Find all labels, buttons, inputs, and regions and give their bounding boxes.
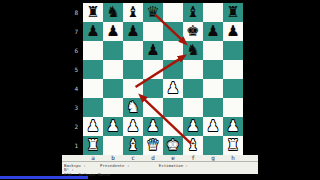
chess-board[interactable]: ♜♞♝♛♝♜♟♟♟♚♟♟♟♞♟♞♟♟♟♟♟♟♟♜♝♛♚♝♜ bbox=[83, 3, 243, 155]
piece-black-king: ♚ bbox=[186, 22, 199, 41]
square-b8[interactable]: ♞ bbox=[103, 3, 123, 22]
square-h3[interactable] bbox=[223, 98, 243, 117]
piece-black-pawn: ♟ bbox=[226, 22, 239, 41]
square-h2[interactable]: ♟ bbox=[223, 117, 243, 136]
piece-white-king: ♚ bbox=[166, 136, 179, 155]
square-h8[interactable]: ♜ bbox=[223, 3, 243, 22]
square-e2[interactable] bbox=[163, 117, 183, 136]
square-d3[interactable] bbox=[143, 98, 163, 117]
piece-black-pawn: ♟ bbox=[146, 41, 159, 60]
square-c3[interactable]: ♞ bbox=[123, 98, 143, 117]
piece-white-rook: ♜ bbox=[86, 136, 99, 155]
piece-white-pawn: ♟ bbox=[166, 79, 179, 98]
square-a3[interactable] bbox=[83, 98, 103, 117]
piece-black-pawn: ♟ bbox=[86, 22, 99, 41]
square-f7[interactable]: ♚ bbox=[183, 22, 203, 41]
piece-black-rook: ♜ bbox=[226, 3, 239, 22]
piece-white-rook: ♜ bbox=[226, 136, 239, 155]
status-text: Backspc : Précédente : Estimation : N° :… bbox=[64, 163, 258, 177]
square-d8[interactable]: ♛ bbox=[143, 3, 163, 22]
rank-label-8: 8 bbox=[68, 3, 81, 22]
piece-black-knight: ♞ bbox=[106, 3, 119, 22]
square-d2[interactable]: ♟ bbox=[143, 117, 163, 136]
square-b4[interactable] bbox=[103, 79, 123, 98]
status-precedente: Précédente : bbox=[100, 163, 129, 168]
piece-white-bishop: ♝ bbox=[126, 136, 139, 155]
rank-label-4: 4 bbox=[68, 79, 81, 98]
piece-black-pawn: ♟ bbox=[206, 22, 219, 41]
rank-label-3: 3 bbox=[68, 98, 81, 117]
square-a2[interactable]: ♟ bbox=[83, 117, 103, 136]
piece-white-pawn: ♟ bbox=[126, 117, 139, 136]
piece-black-pawn: ♟ bbox=[106, 22, 119, 41]
square-g6[interactable] bbox=[203, 41, 223, 60]
square-f1[interactable]: ♝ bbox=[183, 136, 203, 155]
square-h5[interactable] bbox=[223, 60, 243, 79]
rank-label-2: 2 bbox=[68, 117, 81, 136]
rank-label-7: 7 bbox=[68, 22, 81, 41]
piece-white-pawn: ♟ bbox=[146, 117, 159, 136]
square-e1[interactable]: ♚ bbox=[163, 136, 183, 155]
square-d6[interactable]: ♟ bbox=[143, 41, 163, 60]
square-d7[interactable] bbox=[143, 22, 163, 41]
square-f5[interactable] bbox=[183, 60, 203, 79]
square-d4[interactable] bbox=[143, 79, 163, 98]
square-c6[interactable] bbox=[123, 41, 143, 60]
piece-white-pawn: ♟ bbox=[226, 117, 239, 136]
square-e4[interactable]: ♟ bbox=[163, 79, 183, 98]
square-f8[interactable]: ♝ bbox=[183, 3, 203, 22]
square-e8[interactable] bbox=[163, 3, 183, 22]
square-f4[interactable] bbox=[183, 79, 203, 98]
square-c7[interactable]: ♟ bbox=[123, 22, 143, 41]
square-c5[interactable] bbox=[123, 60, 143, 79]
rank-label-5: 5 bbox=[68, 60, 81, 79]
square-b1[interactable] bbox=[103, 136, 123, 155]
square-c4[interactable] bbox=[123, 79, 143, 98]
rank-label-6: 6 bbox=[68, 41, 81, 60]
square-a6[interactable] bbox=[83, 41, 103, 60]
piece-black-knight: ♞ bbox=[186, 41, 199, 60]
square-d5[interactable] bbox=[143, 60, 163, 79]
piece-white-pawn: ♟ bbox=[186, 117, 199, 136]
square-f2[interactable]: ♟ bbox=[183, 117, 203, 136]
piece-black-bishop: ♝ bbox=[186, 3, 199, 22]
rank-labels: 87654321 bbox=[68, 3, 81, 155]
video-progress-bar[interactable] bbox=[0, 176, 88, 179]
piece-white-queen: ♛ bbox=[146, 136, 159, 155]
square-g4[interactable] bbox=[203, 79, 223, 98]
piece-white-pawn: ♟ bbox=[106, 117, 119, 136]
square-c8[interactable]: ♝ bbox=[123, 3, 143, 22]
square-c1[interactable]: ♝ bbox=[123, 136, 143, 155]
square-e6[interactable] bbox=[163, 41, 183, 60]
piece-black-queen: ♛ bbox=[146, 3, 159, 22]
square-h7[interactable]: ♟ bbox=[223, 22, 243, 41]
square-a5[interactable] bbox=[83, 60, 103, 79]
square-a1[interactable]: ♜ bbox=[83, 136, 103, 155]
square-h1[interactable]: ♜ bbox=[223, 136, 243, 155]
square-d1[interactable]: ♛ bbox=[143, 136, 163, 155]
video-frame: 87654321 ♜♞♝♛♝♜♟♟♟♚♟♟♟♞♟♞♟♟♟♟♟♟♟♜♝♛♚♝♜ a… bbox=[0, 0, 320, 180]
square-g3[interactable] bbox=[203, 98, 223, 117]
piece-white-knight: ♞ bbox=[126, 98, 139, 117]
square-c2[interactable]: ♟ bbox=[123, 117, 143, 136]
piece-black-rook: ♜ bbox=[86, 3, 99, 22]
square-b6[interactable] bbox=[103, 41, 123, 60]
square-b3[interactable] bbox=[103, 98, 123, 117]
square-h4[interactable] bbox=[223, 79, 243, 98]
piece-white-bishop: ♝ bbox=[186, 136, 199, 155]
piece-black-bishop: ♝ bbox=[126, 3, 139, 22]
piece-white-pawn: ♟ bbox=[86, 117, 99, 136]
square-g2[interactable]: ♟ bbox=[203, 117, 223, 136]
square-g5[interactable] bbox=[203, 60, 223, 79]
square-e3[interactable] bbox=[163, 98, 183, 117]
square-b5[interactable] bbox=[103, 60, 123, 79]
bottom-panel: abcdefgh Backspc : Précédente : Estimati… bbox=[62, 155, 258, 174]
square-b2[interactable]: ♟ bbox=[103, 117, 123, 136]
square-g8[interactable] bbox=[203, 3, 223, 22]
status-estimation: Estimation : bbox=[159, 163, 188, 168]
square-a7[interactable]: ♟ bbox=[83, 22, 103, 41]
square-e7[interactable] bbox=[163, 22, 183, 41]
piece-black-pawn: ♟ bbox=[126, 22, 139, 41]
square-h6[interactable] bbox=[223, 41, 243, 60]
panel-separator bbox=[62, 161, 258, 162]
square-a4[interactable] bbox=[83, 79, 103, 98]
square-f6[interactable]: ♞ bbox=[183, 41, 203, 60]
square-a8[interactable]: ♜ bbox=[83, 3, 103, 22]
piece-white-pawn: ♟ bbox=[206, 117, 219, 136]
square-f3[interactable] bbox=[183, 98, 203, 117]
square-g1[interactable] bbox=[203, 136, 223, 155]
square-e5[interactable] bbox=[163, 60, 183, 79]
square-g7[interactable]: ♟ bbox=[203, 22, 223, 41]
status-line-3: F10 : Défense Russe bbox=[64, 172, 258, 177]
square-b7[interactable]: ♟ bbox=[103, 22, 123, 41]
rank-label-1: 1 bbox=[68, 136, 81, 155]
